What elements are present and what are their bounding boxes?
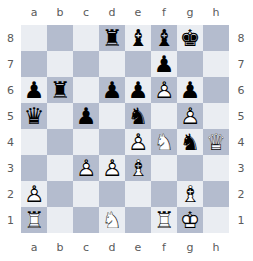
square-f8[interactable]: ♝ [151,25,177,51]
square-c1[interactable] [73,207,99,233]
file-label-top-e: e [125,0,151,24]
chessboard: ♜♝♝♚♟♟♜♟♟♟♙♟♛♟♞♟♙♟♙♞♘♞♛♕♟♙♟♙♝♗♟♙♝♗♜♖♞♘♜♖… [21,25,229,233]
square-e6[interactable]: ♟ [125,77,151,103]
square-g8[interactable]: ♚ [177,25,203,51]
file-label-top-b: b [47,0,73,24]
square-g5[interactable]: ♟♙ [177,103,203,129]
square-d3[interactable]: ♟♙ [99,155,125,181]
piece-white-pawn[interactable]: ♟♙ [99,155,125,181]
piece-outline-layer: ♙ [99,155,125,181]
file-label-top-h: h [203,0,229,24]
piece-white-pawn[interactable]: ♟♙ [73,155,99,181]
rank-label-left-2: 2 [0,181,21,207]
rank-label-right-8: 8 [229,25,253,51]
piece-white-bishop[interactable]: ♝♗ [125,155,151,181]
square-d6[interactable]: ♟ [99,77,125,103]
square-h7[interactable] [203,51,229,77]
rank-label-right-1: 1 [229,207,253,233]
piece-glyph: ♝ [151,25,177,51]
square-b2[interactable] [47,181,73,207]
square-h2[interactable] [203,181,229,207]
piece-outline-layer: ♙ [125,129,151,155]
chess-board-page: abcdefgh 87654321 ♜♝♝♚♟♟♜♟♟♟♙♟♛♟♞♟♙♟♙♞♘♞… [0,0,253,261]
square-c4[interactable] [73,129,99,155]
piece-glyph: ♟ [177,77,203,103]
square-c7[interactable] [73,51,99,77]
piece-outline-layer: ♙ [177,103,203,129]
piece-outline-layer: ♖ [151,207,177,233]
square-h3[interactable] [203,155,229,181]
square-a2[interactable]: ♟♙ [21,181,47,207]
square-e7[interactable] [125,51,151,77]
file-label-top-c: c [73,0,99,24]
piece-white-pawn[interactable]: ♟♙ [125,129,151,155]
rank-label-left-3: 3 [0,155,21,181]
square-g4[interactable]: ♞ [177,129,203,155]
rank-label-left-4: 4 [0,129,21,155]
piece-white-bishop[interactable]: ♝♗ [177,181,203,207]
square-b6[interactable]: ♜ [47,77,73,103]
square-f1[interactable]: ♜♖ [151,207,177,233]
square-d8[interactable]: ♜ [99,25,125,51]
file-labels-top: abcdefgh [21,0,229,24]
square-h5[interactable] [203,103,229,129]
square-g1[interactable]: ♚♔ [177,207,203,233]
square-e3[interactable]: ♝♗ [125,155,151,181]
square-a3[interactable] [21,155,47,181]
square-d1[interactable]: ♞♘ [99,207,125,233]
piece-black-pawn[interactable]: ♟ [99,77,125,103]
square-b1[interactable] [47,207,73,233]
square-e4[interactable]: ♟♙ [125,129,151,155]
square-f4[interactable]: ♞♘ [151,129,177,155]
rank-label-right-3: 3 [229,155,253,181]
piece-glyph: ♞ [177,129,203,155]
square-a1[interactable]: ♜♖ [21,207,47,233]
square-h1[interactable] [203,207,229,233]
rank-label-left-8: 8 [0,25,21,51]
square-a8[interactable] [21,25,47,51]
rank-label-left-7: 7 [0,51,21,77]
file-label-bottom-c: c [73,234,99,261]
square-a6[interactable]: ♟ [21,77,47,103]
piece-white-knight[interactable]: ♞♘ [99,207,125,233]
piece-black-knight[interactable]: ♞ [177,129,203,155]
square-c3[interactable]: ♟♙ [73,155,99,181]
piece-outline-layer: ♙ [73,155,99,181]
file-labels-bottom: abcdefgh [21,234,229,261]
square-f7[interactable]: ♟ [151,51,177,77]
piece-black-queen[interactable]: ♛ [21,103,47,129]
square-c6[interactable] [73,77,99,103]
piece-black-pawn[interactable]: ♟ [151,51,177,77]
piece-white-rook[interactable]: ♜♖ [151,207,177,233]
piece-black-rook[interactable]: ♜ [99,25,125,51]
square-e1[interactable] [125,207,151,233]
square-h8[interactable] [203,25,229,51]
square-g7[interactable] [177,51,203,77]
piece-black-rook[interactable]: ♜ [47,77,73,103]
rank-label-right-7: 7 [229,51,253,77]
file-label-bottom-b: b [47,234,73,261]
file-label-top-f: f [151,0,177,24]
rank-label-right-5: 5 [229,103,253,129]
piece-white-rook[interactable]: ♜♖ [21,207,47,233]
square-f6[interactable]: ♟♙ [151,77,177,103]
square-c5[interactable]: ♟ [73,103,99,129]
rank-labels-right: 87654321 [229,25,253,233]
square-b7[interactable] [47,51,73,77]
rank-labels-left: 87654321 [0,25,21,233]
piece-white-pawn[interactable]: ♟♙ [21,181,47,207]
rank-label-right-4: 4 [229,129,253,155]
file-label-bottom-a: a [21,234,47,261]
square-d2[interactable] [99,181,125,207]
piece-outline-layer: ♖ [21,207,47,233]
file-label-bottom-h: h [203,234,229,261]
square-a7[interactable] [21,51,47,77]
piece-white-queen[interactable]: ♛♕ [203,129,229,155]
file-label-top-d: d [99,0,125,24]
square-b8[interactable] [47,25,73,51]
piece-outline-layer: ♙ [151,77,177,103]
square-e8[interactable]: ♝ [125,25,151,51]
piece-glyph: ♜ [47,77,73,103]
piece-black-pawn[interactable]: ♟ [177,77,203,103]
square-h6[interactable] [203,77,229,103]
square-a5[interactable]: ♛ [21,103,47,129]
file-label-bottom-f: f [151,234,177,261]
file-label-top-a: a [21,0,47,24]
piece-outline-layer: ♘ [151,129,177,155]
piece-black-knight[interactable]: ♞ [125,103,151,129]
square-g2[interactable]: ♝♗ [177,181,203,207]
piece-white-pawn[interactable]: ♟♙ [177,103,203,129]
file-label-bottom-e: e [125,234,151,261]
square-e5[interactable]: ♞ [125,103,151,129]
square-h4[interactable]: ♛♕ [203,129,229,155]
piece-outline-layer: ♔ [177,207,203,233]
piece-glyph: ♚ [177,25,203,51]
piece-black-king[interactable]: ♚ [177,25,203,51]
piece-glyph: ♟ [125,77,151,103]
square-c8[interactable] [73,25,99,51]
square-f5[interactable] [151,103,177,129]
square-a4[interactable] [21,129,47,155]
piece-black-pawn[interactable]: ♟ [125,77,151,103]
piece-outline-layer: ♘ [99,207,125,233]
file-label-bottom-g: g [177,234,203,261]
square-g3[interactable] [177,155,203,181]
piece-glyph: ♞ [125,103,151,129]
piece-glyph: ♝ [125,25,151,51]
square-b5[interactable] [47,103,73,129]
piece-glyph: ♟ [99,77,125,103]
square-b3[interactable] [47,155,73,181]
piece-glyph: ♜ [99,25,125,51]
file-label-top-g: g [177,0,203,24]
square-f2[interactable] [151,181,177,207]
piece-black-pawn[interactable]: ♟ [73,103,99,129]
piece-black-bishop[interactable]: ♝ [151,25,177,51]
piece-black-pawn[interactable]: ♟ [21,77,47,103]
square-d7[interactable] [99,51,125,77]
rank-label-left-5: 5 [0,103,21,129]
rank-label-right-2: 2 [229,181,253,207]
piece-white-knight[interactable]: ♞♘ [151,129,177,155]
piece-white-king[interactable]: ♚♔ [177,207,203,233]
square-f3[interactable] [151,155,177,181]
piece-glyph: ♟ [21,77,47,103]
piece-glyph: ♛ [21,103,47,129]
rank-label-left-1: 1 [0,207,21,233]
piece-outline-layer: ♙ [21,181,47,207]
rank-label-right-6: 6 [229,77,253,103]
rank-label-left-6: 6 [0,77,21,103]
square-c2[interactable] [73,181,99,207]
square-d5[interactable] [99,103,125,129]
piece-outline-layer: ♗ [177,181,203,207]
square-d4[interactable] [99,129,125,155]
piece-black-bishop[interactable]: ♝ [125,25,151,51]
square-g6[interactable]: ♟ [177,77,203,103]
piece-outline-layer: ♗ [125,155,151,181]
piece-glyph: ♟ [73,103,99,129]
piece-white-pawn[interactable]: ♟♙ [151,77,177,103]
square-b4[interactable] [47,129,73,155]
piece-glyph: ♟ [151,51,177,77]
file-label-bottom-d: d [99,234,125,261]
square-e2[interactable] [125,181,151,207]
piece-outline-layer: ♕ [203,129,229,155]
